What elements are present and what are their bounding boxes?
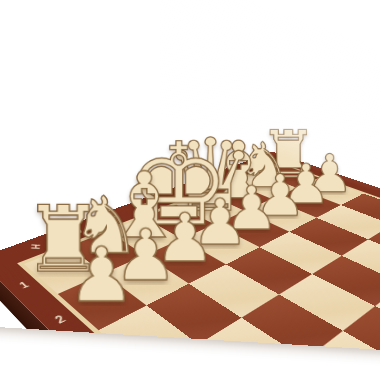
photo-overexposure-fade [160, 0, 380, 190]
chess-set-photo: ♜♟♞♟♝♟♛♟♚♟♝♟♞♟♜♟ A1B2C3D4E5F6G7H8 [0, 0, 380, 380]
